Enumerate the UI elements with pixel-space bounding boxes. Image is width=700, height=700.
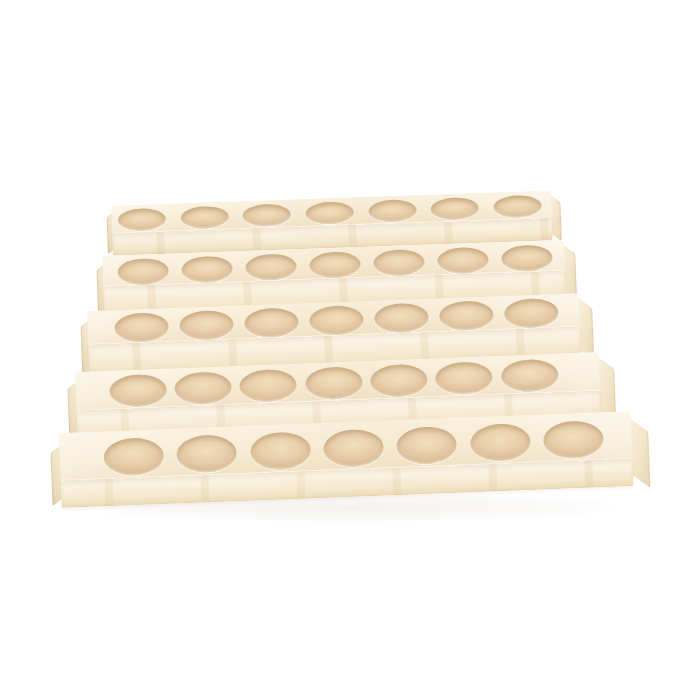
bottle-hole bbox=[242, 203, 291, 227]
bottle-hole bbox=[368, 199, 417, 223]
bottle-hole bbox=[180, 206, 229, 230]
bottle-hole bbox=[305, 201, 354, 225]
bottle-hole bbox=[504, 298, 559, 329]
bottle-hole bbox=[374, 303, 429, 334]
bottle-hole bbox=[244, 307, 299, 338]
bottle-hole bbox=[109, 374, 167, 408]
bottle-hole bbox=[309, 251, 361, 279]
product-photo bbox=[0, 0, 700, 700]
bottle-hole bbox=[250, 431, 311, 470]
bottle-hole bbox=[543, 420, 604, 459]
bottle-hole bbox=[501, 359, 559, 393]
bottle-hole bbox=[373, 249, 425, 277]
bottle-hole bbox=[245, 253, 297, 281]
bottle-hole bbox=[437, 247, 489, 275]
bottle-hole bbox=[117, 208, 166, 232]
bottle-hole bbox=[174, 371, 232, 405]
bottle-hole bbox=[370, 364, 428, 398]
bottle-hole bbox=[501, 244, 553, 272]
bottle-hole bbox=[439, 300, 494, 331]
bottle-hole bbox=[470, 423, 531, 462]
bottle-hole bbox=[396, 426, 457, 465]
bottle-hole bbox=[309, 305, 364, 336]
bottle-hole bbox=[179, 310, 234, 341]
bottle-hole bbox=[114, 312, 169, 343]
bottle-hole bbox=[435, 361, 493, 395]
bottle-hole bbox=[117, 258, 169, 286]
bottle-hole bbox=[176, 434, 237, 473]
bottle-hole bbox=[181, 256, 233, 284]
bottle-hole bbox=[103, 437, 164, 476]
bottle-hole bbox=[239, 369, 297, 403]
bottle-hole bbox=[493, 195, 542, 219]
bottle-hole bbox=[323, 429, 384, 468]
bottle-hole bbox=[305, 366, 363, 400]
bottle-hole bbox=[430, 197, 479, 221]
